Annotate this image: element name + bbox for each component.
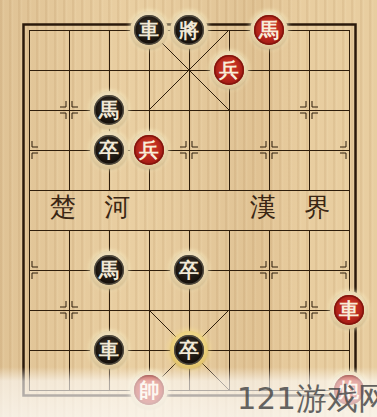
piece-glyph: 卒	[94, 135, 124, 165]
piece-red-soldier[interactable]: 兵	[130, 131, 168, 169]
piece-glyph: 將	[174, 15, 204, 45]
piece-black-soldier[interactable]: 卒	[170, 331, 208, 369]
watermark-text: 121游戏网	[237, 381, 377, 415]
piece-black-horse[interactable]: 馬	[90, 251, 128, 289]
piece-glyph: 車	[334, 295, 364, 325]
piece-glyph: 馬	[254, 15, 284, 45]
piece-glyph: 卒	[174, 335, 204, 365]
piece-glyph: 車	[94, 335, 124, 365]
piece-red-horse[interactable]: 馬	[250, 11, 288, 49]
piece-black-soldier[interactable]: 卒	[90, 131, 128, 169]
piece-black-chariot[interactable]: 車	[90, 331, 128, 369]
pieces-layer: 車將馬兵馬卒兵馬卒車車卒帥炮	[9, 10, 369, 410]
xiangqi-screen: 楚 河 漢 界 車將馬兵馬卒兵馬卒車車卒帥炮 121游戏网	[0, 0, 377, 417]
piece-black-chariot[interactable]: 車	[130, 11, 168, 49]
piece-glyph: 車	[134, 15, 164, 45]
piece-black-soldier[interactable]: 卒	[170, 251, 208, 289]
piece-red-chariot[interactable]: 車	[330, 291, 368, 329]
piece-glyph: 馬	[94, 95, 124, 125]
piece-glyph: 馬	[94, 255, 124, 285]
piece-glyph: 帥	[134, 375, 164, 405]
piece-red-general[interactable]: 帥	[130, 371, 168, 409]
piece-glyph: 兵	[134, 135, 164, 165]
piece-red-soldier[interactable]: 兵	[210, 51, 248, 89]
piece-glyph: 兵	[214, 55, 244, 85]
piece-black-horse[interactable]: 馬	[90, 91, 128, 129]
piece-glyph: 卒	[174, 255, 204, 285]
piece-black-general[interactable]: 將	[170, 11, 208, 49]
